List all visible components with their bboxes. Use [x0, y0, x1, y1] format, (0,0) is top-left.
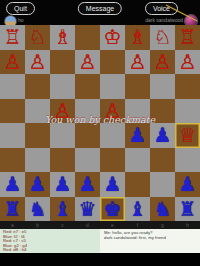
piece-blue-pawn: ♟: [4, 172, 22, 196]
square-a5[interactable]: [0, 99, 25, 124]
square-a6[interactable]: [0, 74, 25, 99]
square-a3[interactable]: [0, 148, 25, 173]
piece-blue-rook: ♜: [4, 197, 22, 221]
square-b7[interactable]: ♙: [25, 50, 50, 75]
piece-blue-pawn: ♟: [154, 123, 172, 147]
file-label-a: a: [0, 221, 25, 229]
square-h3[interactable]: [175, 148, 200, 173]
chess-app: Quit Message Voice ho dark sandalwood ♖♘…: [0, 0, 200, 266]
right-player-name: dark sandalwood: [145, 17, 183, 23]
square-e7[interactable]: [100, 50, 125, 75]
square-b2[interactable]: ♟: [25, 172, 50, 197]
piece-blue-pawn: ♟: [179, 172, 197, 196]
square-c7[interactable]: [50, 50, 75, 75]
piece-blue-pawn: ♟: [104, 172, 122, 196]
left-player-name: ho: [18, 17, 24, 23]
square-a2[interactable]: ♟: [0, 172, 25, 197]
quit-button[interactable]: Quit: [6, 2, 35, 15]
piece-blue-rook: ♜: [179, 197, 197, 221]
square-g1[interactable]: ♞: [150, 197, 175, 222]
square-f1[interactable]: ♝: [125, 197, 150, 222]
square-d8[interactable]: [75, 25, 100, 50]
move-list-panel[interactable]: Red: e7 : e5Blue: f2 : f4Red: c7 : c5Blu…: [0, 229, 100, 253]
square-f6[interactable]: [125, 74, 150, 99]
piece-red-king: ♔: [104, 25, 122, 49]
piece-red-rook: ♖: [4, 25, 22, 49]
piece-red-bishop: ♗: [54, 25, 72, 49]
file-labels: abcdefgh: [0, 221, 200, 229]
piece-red-knight: ♘: [154, 25, 172, 49]
square-a8[interactable]: ♖: [0, 25, 25, 50]
piece-blue-bishop: ♝: [129, 197, 147, 221]
file-label-h: h: [175, 221, 200, 229]
square-a1[interactable]: ♜: [0, 197, 25, 222]
piece-red-rook: ♖: [179, 25, 197, 49]
square-c4[interactable]: [50, 123, 75, 148]
square-g3[interactable]: [150, 148, 175, 173]
square-g2[interactable]: [150, 172, 175, 197]
square-f7[interactable]: ♙: [125, 50, 150, 75]
square-a7[interactable]: ♙: [0, 50, 25, 75]
square-b3[interactable]: [25, 148, 50, 173]
square-h4[interactable]: ♕: [175, 123, 200, 148]
square-b6[interactable]: [25, 74, 50, 99]
square-d4[interactable]: [75, 123, 100, 148]
piece-blue-queen: ♛: [79, 197, 97, 221]
square-a4[interactable]: [0, 123, 25, 148]
square-d1[interactable]: ♛: [75, 197, 100, 222]
piece-blue-king: ♚: [104, 197, 122, 221]
square-b8[interactable]: ♘: [25, 25, 50, 50]
piece-red-pawn: ♙: [4, 50, 22, 74]
square-h5[interactable]: [175, 99, 200, 124]
square-h6[interactable]: [175, 74, 200, 99]
square-c2[interactable]: ♟: [50, 172, 75, 197]
piece-red-queen: ♕: [179, 123, 197, 147]
piece-blue-knight: ♞: [154, 197, 172, 221]
square-c1[interactable]: ♝: [50, 197, 75, 222]
message-button[interactable]: Message: [78, 2, 122, 15]
file-label-e: e: [100, 221, 125, 229]
bottom-strip: [0, 253, 200, 266]
square-h7[interactable]: ♙: [175, 50, 200, 75]
piece-blue-pawn: ♟: [54, 172, 72, 196]
square-g6[interactable]: [150, 74, 175, 99]
square-c3[interactable]: [50, 148, 75, 173]
file-label-g: g: [150, 221, 175, 229]
square-f3[interactable]: [125, 148, 150, 173]
square-e8[interactable]: ♔: [100, 25, 125, 50]
piece-blue-pawn: ♟: [129, 123, 147, 147]
square-d2[interactable]: ♟: [75, 172, 100, 197]
chat-panel[interactable]: Me: hello, are you ready?dark sandalwood…: [100, 229, 200, 253]
square-c8[interactable]: ♗: [50, 25, 75, 50]
square-f2[interactable]: [125, 172, 150, 197]
chat-message: dark sandalwood: first, my friend: [104, 235, 200, 240]
square-h1[interactable]: ♜: [175, 197, 200, 222]
file-label-c: c: [50, 221, 75, 229]
file-label-d: d: [75, 221, 100, 229]
piece-blue-bishop: ♝: [54, 197, 72, 221]
square-b4[interactable]: [25, 123, 50, 148]
square-e2[interactable]: ♟: [100, 172, 125, 197]
piece-red-pawn: ♙: [179, 50, 197, 74]
square-e3[interactable]: [100, 148, 125, 173]
square-h8[interactable]: ♖: [175, 25, 200, 50]
square-d3[interactable]: [75, 148, 100, 173]
file-label-b: b: [25, 221, 50, 229]
piece-blue-pawn: ♟: [29, 172, 47, 196]
square-g8[interactable]: ♘: [150, 25, 175, 50]
piece-red-knight: ♘: [29, 25, 47, 49]
top-bar: Quit Message Voice ho dark sandalwood: [0, 0, 200, 25]
square-d6[interactable]: [75, 74, 100, 99]
piece-red-bishop: ♗: [129, 25, 147, 49]
file-label-f: f: [125, 221, 150, 229]
piece-red-pawn: ♙: [79, 50, 97, 74]
square-e4[interactable]: [100, 123, 125, 148]
square-b1[interactable]: ♞: [25, 197, 50, 222]
square-c6[interactable]: [50, 74, 75, 99]
piece-red-pawn: ♙: [29, 50, 47, 74]
square-h2[interactable]: ♟: [175, 172, 200, 197]
piece-blue-pawn: ♟: [79, 172, 97, 196]
piece-red-pawn: ♙: [129, 50, 147, 74]
square-e1[interactable]: ♚: [100, 197, 125, 222]
piece-red-pawn: ♙: [154, 50, 172, 74]
square-g4[interactable]: ♟: [150, 123, 175, 148]
square-d7[interactable]: ♙: [75, 50, 100, 75]
result-overlay-text: You won by checkmate: [45, 114, 155, 125]
piece-blue-knight: ♞: [29, 197, 47, 221]
square-g7[interactable]: ♙: [150, 50, 175, 75]
square-f8[interactable]: ♗: [125, 25, 150, 50]
square-f4[interactable]: ♟: [125, 123, 150, 148]
square-e6[interactable]: [100, 74, 125, 99]
voice-button[interactable]: Voice: [145, 2, 178, 15]
